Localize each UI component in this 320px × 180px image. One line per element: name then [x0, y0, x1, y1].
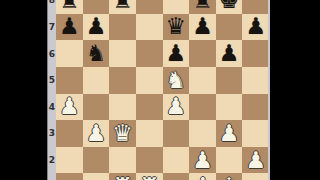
square-d1[interactable]: ♜	[136, 173, 163, 180]
square-d6[interactable]	[136, 40, 163, 67]
white-pawn-icon: ♟	[219, 122, 240, 145]
black-rook-icon: ♜	[192, 0, 213, 12]
square-c5[interactable]	[109, 67, 136, 94]
square-e2[interactable]	[163, 147, 190, 174]
square-e3[interactable]	[163, 120, 190, 147]
square-h1[interactable]	[242, 173, 269, 180]
white-rook-icon: ♜	[112, 175, 133, 180]
square-c1[interactable]: ♜	[109, 173, 136, 180]
square-c4[interactable]	[109, 94, 136, 121]
white-pawn-icon: ♟	[59, 95, 80, 118]
rank-label-1: 1	[48, 173, 56, 180]
square-a7[interactable]: ♟	[56, 14, 83, 41]
black-queen-icon: ♛	[166, 15, 187, 38]
square-g6[interactable]: ♟	[216, 40, 243, 67]
square-c7[interactable]	[109, 14, 136, 41]
white-rook-icon: ♜	[139, 175, 160, 180]
square-b1[interactable]	[83, 173, 110, 180]
black-pawn-icon: ♟	[219, 42, 240, 65]
board-frame-right-edge	[268, 0, 270, 180]
black-pawn-icon: ♟	[166, 42, 187, 65]
square-c6[interactable]	[109, 40, 136, 67]
rank-label-4: 4	[48, 94, 56, 121]
square-f6[interactable]	[189, 40, 216, 67]
square-a2[interactable]	[56, 147, 83, 174]
square-d5[interactable]	[136, 67, 163, 94]
white-pawn-icon: ♟	[166, 95, 187, 118]
square-b3[interactable]: ♟	[83, 120, 110, 147]
square-f2[interactable]: ♟	[189, 147, 216, 174]
white-pawn-icon: ♟	[86, 122, 107, 145]
square-f8[interactable]: ♜	[189, 0, 216, 14]
square-f1[interactable]: ♝	[189, 173, 216, 180]
square-c2[interactable]	[109, 147, 136, 174]
rank-label-7: 7	[48, 14, 56, 41]
square-c3[interactable]: ♛	[109, 120, 136, 147]
square-h8[interactable]	[242, 0, 269, 14]
rank-label-2: 2	[48, 147, 56, 174]
square-b5[interactable]	[83, 67, 110, 94]
white-knight-icon: ♞	[166, 69, 187, 92]
square-h4[interactable]	[242, 94, 269, 121]
square-h3[interactable]	[242, 120, 269, 147]
square-f5[interactable]	[189, 67, 216, 94]
square-e7[interactable]: ♛	[163, 14, 190, 41]
square-b7[interactable]: ♟	[83, 14, 110, 41]
board-frame: 87654321 ♜♜♜♚♟♟♛♟♟♞♟♟♞♟♟♟♛♟♟♟♜♜♝♚	[47, 0, 269, 180]
square-f3[interactable]	[189, 120, 216, 147]
rank-labels: 87654321	[47, 0, 56, 180]
chess-diagram-stage: 87654321 ♜♜♜♚♟♟♛♟♟♞♟♟♞♟♟♟♛♟♟♟♜♜♝♚	[0, 0, 320, 180]
black-pawn-icon: ♟	[86, 15, 107, 38]
square-b8[interactable]	[83, 0, 110, 14]
black-rook-icon: ♜	[59, 0, 80, 12]
square-e6[interactable]: ♟	[163, 40, 190, 67]
white-queen-icon: ♛	[112, 122, 133, 145]
black-pawn-icon: ♟	[59, 15, 80, 38]
square-e4[interactable]: ♟	[163, 94, 190, 121]
black-rook-icon: ♜	[112, 0, 133, 12]
white-pawn-icon: ♟	[245, 149, 266, 172]
rank-label-3: 3	[48, 120, 56, 147]
square-h7[interactable]: ♟	[242, 14, 269, 41]
square-d7[interactable]	[136, 14, 163, 41]
square-d8[interactable]	[136, 0, 163, 14]
square-g4[interactable]	[216, 94, 243, 121]
white-king-icon: ♚	[219, 175, 240, 180]
square-d3[interactable]	[136, 120, 163, 147]
square-h6[interactable]	[242, 40, 269, 67]
square-b2[interactable]	[83, 147, 110, 174]
square-a3[interactable]	[56, 120, 83, 147]
square-g5[interactable]	[216, 67, 243, 94]
square-f4[interactable]	[189, 94, 216, 121]
rank-label-6: 6	[48, 40, 56, 67]
black-king-icon: ♚	[219, 0, 240, 12]
square-b4[interactable]	[83, 94, 110, 121]
square-a8[interactable]: ♜	[56, 0, 83, 14]
square-a4[interactable]: ♟	[56, 94, 83, 121]
square-a1[interactable]	[56, 173, 83, 180]
square-f7[interactable]: ♟	[189, 14, 216, 41]
black-pawn-icon: ♟	[192, 15, 213, 38]
rank-label-8: 8	[48, 0, 56, 14]
black-knight-icon: ♞	[86, 42, 107, 65]
square-c8[interactable]: ♜	[109, 0, 136, 14]
chess-board: ♜♜♜♚♟♟♛♟♟♞♟♟♞♟♟♟♛♟♟♟♜♜♝♚	[56, 0, 269, 180]
square-h2[interactable]: ♟	[242, 147, 269, 174]
rank-label-5: 5	[48, 67, 56, 94]
square-a6[interactable]	[56, 40, 83, 67]
square-g2[interactable]	[216, 147, 243, 174]
square-e5[interactable]: ♞	[163, 67, 190, 94]
white-pawn-icon: ♟	[192, 149, 213, 172]
square-g3[interactable]: ♟	[216, 120, 243, 147]
square-e8[interactable]	[163, 0, 190, 14]
square-g1[interactable]: ♚	[216, 173, 243, 180]
square-d2[interactable]	[136, 147, 163, 174]
square-h5[interactable]	[242, 67, 269, 94]
white-bishop-icon: ♝	[192, 175, 213, 180]
square-g7[interactable]	[216, 14, 243, 41]
square-b6[interactable]: ♞	[83, 40, 110, 67]
square-a5[interactable]	[56, 67, 83, 94]
square-g8[interactable]: ♚	[216, 0, 243, 14]
square-d4[interactable]	[136, 94, 163, 121]
black-pawn-icon: ♟	[245, 15, 266, 38]
square-e1[interactable]	[163, 173, 190, 180]
